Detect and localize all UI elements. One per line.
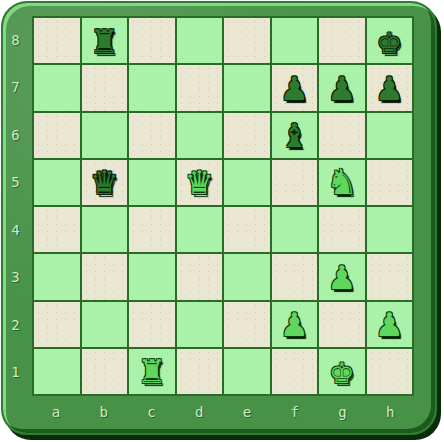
square-e2[interactable] — [224, 302, 270, 347]
file-label-b: b — [80, 398, 128, 426]
square-c7[interactable] — [129, 65, 175, 110]
square-e1[interactable] — [224, 349, 270, 394]
square-d4[interactable] — [177, 207, 223, 252]
square-e3[interactable] — [224, 254, 270, 299]
file-label-f: f — [271, 398, 319, 426]
square-f8[interactable] — [272, 18, 318, 63]
square-h6[interactable] — [367, 113, 413, 158]
black-queen[interactable]: ♛ — [92, 160, 116, 200]
square-f3[interactable] — [272, 254, 318, 299]
square-g4[interactable] — [319, 207, 365, 252]
file-label-a: a — [32, 398, 80, 426]
square-d6[interactable] — [177, 113, 223, 158]
square-h4[interactable] — [367, 207, 413, 252]
white-pawn[interactable]: ♟ — [330, 255, 354, 295]
square-c3[interactable] — [129, 254, 175, 299]
square-h1[interactable] — [367, 349, 413, 394]
rank-label-6: 6 — [0, 111, 31, 159]
rank-label-2: 2 — [0, 301, 31, 349]
rank-label-3: 3 — [0, 254, 31, 302]
white-pawn[interactable]: ♟ — [282, 302, 306, 342]
square-h5[interactable] — [367, 160, 413, 205]
square-b3[interactable] — [82, 254, 128, 299]
square-g7[interactable]: ♟ — [319, 65, 365, 110]
square-b8[interactable]: ♜ — [82, 18, 128, 63]
square-f4[interactable] — [272, 207, 318, 252]
square-c4[interactable] — [129, 207, 175, 252]
square-a3[interactable] — [34, 254, 80, 299]
chess-app-window: 87654321 ♜♚♟♟♟♝♛♛♞♟♟♟♜♚ abcdefgh — [0, 0, 444, 442]
square-c2[interactable] — [129, 302, 175, 347]
white-knight[interactable]: ♞ — [330, 160, 354, 200]
square-e4[interactable] — [224, 207, 270, 252]
square-h7[interactable]: ♟ — [367, 65, 413, 110]
square-b4[interactable] — [82, 207, 128, 252]
chess-board[interactable]: ♜♚♟♟♟♝♛♛♞♟♟♟♜♚ — [32, 16, 414, 396]
square-g2[interactable] — [319, 302, 365, 347]
square-a1[interactable] — [34, 349, 80, 394]
white-rook[interactable]: ♜ — [140, 349, 164, 389]
black-rook[interactable]: ♜ — [92, 19, 116, 59]
file-label-g: g — [319, 398, 367, 426]
square-c5[interactable] — [129, 160, 175, 205]
square-c8[interactable] — [129, 18, 175, 63]
white-pawn[interactable]: ♟ — [377, 302, 401, 342]
square-b2[interactable] — [82, 302, 128, 347]
rank-label-7: 7 — [0, 64, 31, 112]
file-label-c: c — [128, 398, 176, 426]
black-bishop[interactable]: ♝ — [282, 113, 306, 153]
black-pawn[interactable]: ♟ — [330, 66, 354, 106]
square-c6[interactable] — [129, 113, 175, 158]
square-d8[interactable] — [177, 18, 223, 63]
square-d3[interactable] — [177, 254, 223, 299]
rank-label-8: 8 — [0, 16, 31, 64]
black-king[interactable]: ♚ — [377, 19, 401, 59]
square-e7[interactable] — [224, 65, 270, 110]
square-e8[interactable] — [224, 18, 270, 63]
square-f6[interactable]: ♝ — [272, 113, 318, 158]
square-a2[interactable] — [34, 302, 80, 347]
file-label-e: e — [223, 398, 271, 426]
square-b6[interactable] — [82, 113, 128, 158]
square-f1[interactable] — [272, 349, 318, 394]
square-a8[interactable] — [34, 18, 80, 63]
square-c1[interactable]: ♜ — [129, 349, 175, 394]
square-g5[interactable]: ♞ — [319, 160, 365, 205]
square-d1[interactable] — [177, 349, 223, 394]
square-g1[interactable]: ♚ — [319, 349, 365, 394]
square-f2[interactable]: ♟ — [272, 302, 318, 347]
square-a5[interactable] — [34, 160, 80, 205]
black-pawn[interactable]: ♟ — [282, 66, 306, 106]
white-queen[interactable]: ♛ — [187, 160, 211, 200]
square-b7[interactable] — [82, 65, 128, 110]
rank-labels: 87654321 — [0, 16, 31, 396]
square-g8[interactable] — [319, 18, 365, 63]
square-d2[interactable] — [177, 302, 223, 347]
white-king[interactable]: ♚ — [330, 349, 354, 389]
square-e6[interactable] — [224, 113, 270, 158]
square-f5[interactable] — [272, 160, 318, 205]
square-a4[interactable] — [34, 207, 80, 252]
file-labels: abcdefgh — [32, 398, 414, 426]
square-a7[interactable] — [34, 65, 80, 110]
square-h8[interactable]: ♚ — [367, 18, 413, 63]
square-d5[interactable]: ♛ — [177, 160, 223, 205]
rank-label-1: 1 — [0, 349, 31, 397]
square-g6[interactable] — [319, 113, 365, 158]
square-d7[interactable] — [177, 65, 223, 110]
square-a6[interactable] — [34, 113, 80, 158]
file-label-h: h — [366, 398, 414, 426]
rank-label-5: 5 — [0, 159, 31, 207]
rank-label-4: 4 — [0, 206, 31, 254]
square-h3[interactable] — [367, 254, 413, 299]
black-pawn[interactable]: ♟ — [377, 66, 401, 106]
square-e5[interactable] — [224, 160, 270, 205]
square-h2[interactable]: ♟ — [367, 302, 413, 347]
square-b5[interactable]: ♛ — [82, 160, 128, 205]
file-label-d: d — [175, 398, 223, 426]
square-b1[interactable] — [82, 349, 128, 394]
square-f7[interactable]: ♟ — [272, 65, 318, 110]
square-g3[interactable]: ♟ — [319, 254, 365, 299]
